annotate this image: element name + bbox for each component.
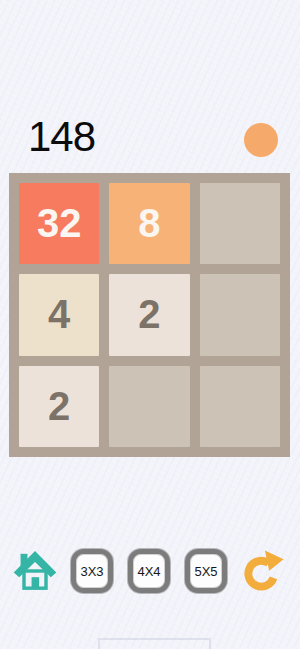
board-size-3x3-button[interactable]: 3X3 bbox=[71, 549, 113, 593]
home-button[interactable] bbox=[13, 548, 57, 594]
orange-dot bbox=[244, 123, 278, 157]
cell-r1c2 bbox=[200, 274, 280, 355]
cell-r0c0: 32 bbox=[19, 183, 99, 264]
restart-button[interactable] bbox=[239, 547, 285, 593]
cell-r2c2 bbox=[200, 366, 280, 447]
board-size-5x5-button[interactable]: 5X5 bbox=[185, 549, 227, 593]
refresh-icon bbox=[239, 547, 285, 593]
cell-r2c0: 2 bbox=[19, 366, 99, 447]
cell-r0c1: 8 bbox=[109, 183, 189, 264]
cell-r1c1: 2 bbox=[109, 274, 189, 355]
cell-r1c0: 4 bbox=[19, 274, 99, 355]
bottom-faint-box bbox=[98, 638, 211, 649]
home-icon bbox=[13, 548, 57, 594]
score-value: 148 bbox=[28, 116, 95, 158]
cell-r0c2 bbox=[200, 183, 280, 264]
game-board[interactable]: 32 8 4 2 2 bbox=[9, 173, 290, 457]
game-screen: 148 32 8 4 2 2 3X3 4X4 5X5 bbox=[0, 0, 300, 649]
cell-r2c1 bbox=[109, 366, 189, 447]
board-size-4x4-button[interactable]: 4X4 bbox=[128, 549, 170, 593]
